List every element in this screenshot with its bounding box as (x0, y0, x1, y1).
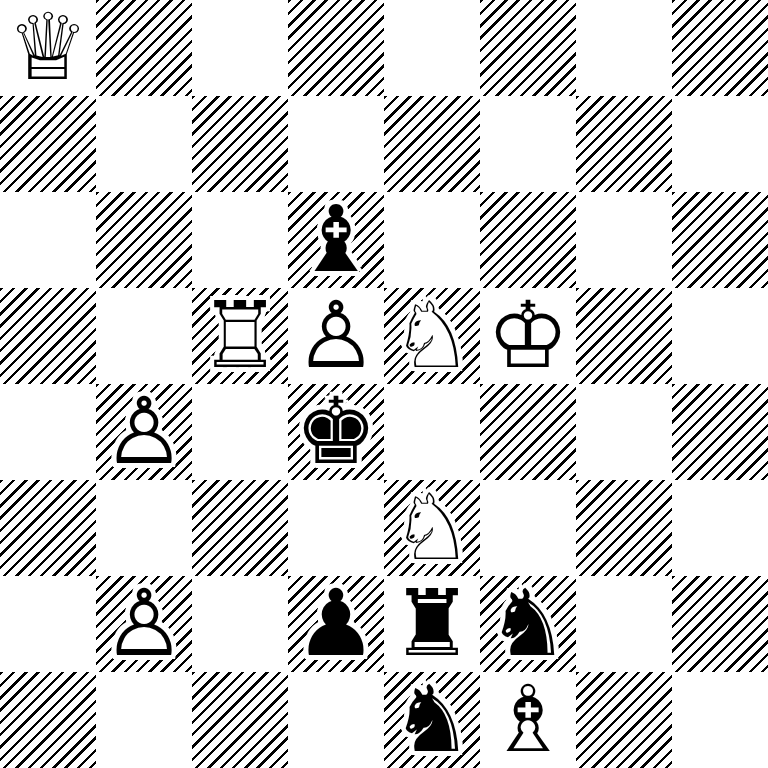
square-e4[interactable] (384, 384, 480, 480)
square-h8[interactable] (672, 0, 768, 96)
square-c4[interactable] (192, 384, 288, 480)
chess-board: ♛♕♝♝♜♖♟♙♞♘♚♔♟♙♚♚♞♘♟♙♟♟♜♜♞♞♞♞♝♗ (0, 0, 768, 768)
square-b7[interactable] (96, 96, 192, 192)
square-a7[interactable] (0, 96, 96, 192)
square-c2[interactable] (192, 576, 288, 672)
square-b1[interactable] (96, 672, 192, 768)
square-e3[interactable]: ♞♘ (384, 480, 480, 576)
piece-white-pawn[interactable]: ♙ (288, 288, 384, 384)
square-c7[interactable] (192, 96, 288, 192)
piece-black-bishop[interactable]: ♝ (288, 192, 384, 288)
piece-black-rook[interactable]: ♜ (384, 576, 480, 672)
square-d3[interactable] (288, 480, 384, 576)
square-g1[interactable] (576, 672, 672, 768)
square-a2[interactable] (0, 576, 96, 672)
square-a4[interactable] (0, 384, 96, 480)
square-c5[interactable]: ♜♖ (192, 288, 288, 384)
square-d1[interactable] (288, 672, 384, 768)
piece-white-bishop[interactable]: ♗ (480, 672, 576, 768)
square-e6[interactable] (384, 192, 480, 288)
piece-white-king[interactable]: ♔ (480, 288, 576, 384)
square-h5[interactable] (672, 288, 768, 384)
square-c3[interactable] (192, 480, 288, 576)
square-h4[interactable] (672, 384, 768, 480)
square-a3[interactable] (0, 480, 96, 576)
square-e2[interactable]: ♜♜ (384, 576, 480, 672)
square-a6[interactable] (0, 192, 96, 288)
square-c8[interactable] (192, 0, 288, 96)
piece-white-knight[interactable]: ♘ (384, 288, 480, 384)
square-a1[interactable] (0, 672, 96, 768)
square-d8[interactable] (288, 0, 384, 96)
square-h3[interactable] (672, 480, 768, 576)
square-f3[interactable] (480, 480, 576, 576)
square-g6[interactable] (576, 192, 672, 288)
square-e7[interactable] (384, 96, 480, 192)
square-g7[interactable] (576, 96, 672, 192)
piece-black-knight[interactable]: ♞ (384, 672, 480, 768)
square-c6[interactable] (192, 192, 288, 288)
square-g5[interactable] (576, 288, 672, 384)
piece-white-pawn[interactable]: ♙ (96, 576, 192, 672)
square-e1[interactable]: ♞♞ (384, 672, 480, 768)
piece-black-knight[interactable]: ♞ (480, 576, 576, 672)
piece-white-pawn[interactable]: ♙ (96, 384, 192, 480)
square-g3[interactable] (576, 480, 672, 576)
square-g8[interactable] (576, 0, 672, 96)
square-d5[interactable]: ♟♙ (288, 288, 384, 384)
square-g4[interactable] (576, 384, 672, 480)
piece-black-king[interactable]: ♚ (288, 384, 384, 480)
square-d6[interactable]: ♝♝ (288, 192, 384, 288)
piece-white-knight[interactable]: ♘ (384, 480, 480, 576)
square-e5[interactable]: ♞♘ (384, 288, 480, 384)
square-b2[interactable]: ♟♙ (96, 576, 192, 672)
square-h2[interactable] (672, 576, 768, 672)
square-b8[interactable] (96, 0, 192, 96)
square-a8[interactable]: ♛♕ (0, 0, 96, 96)
square-h7[interactable] (672, 96, 768, 192)
square-d2[interactable]: ♟♟ (288, 576, 384, 672)
square-f4[interactable] (480, 384, 576, 480)
square-e8[interactable] (384, 0, 480, 96)
piece-black-pawn[interactable]: ♟ (288, 576, 384, 672)
square-b5[interactable] (96, 288, 192, 384)
piece-white-rook[interactable]: ♖ (192, 288, 288, 384)
square-a5[interactable] (0, 288, 96, 384)
square-h1[interactable] (672, 672, 768, 768)
square-f5[interactable]: ♚♔ (480, 288, 576, 384)
square-f6[interactable] (480, 192, 576, 288)
piece-white-queen[interactable]: ♕ (0, 0, 96, 96)
square-h6[interactable] (672, 192, 768, 288)
square-d7[interactable] (288, 96, 384, 192)
square-f8[interactable] (480, 0, 576, 96)
square-b6[interactable] (96, 192, 192, 288)
square-c1[interactable] (192, 672, 288, 768)
square-g2[interactable] (576, 576, 672, 672)
square-d4[interactable]: ♚♚ (288, 384, 384, 480)
square-f2[interactable]: ♞♞ (480, 576, 576, 672)
square-b3[interactable] (96, 480, 192, 576)
square-f1[interactable]: ♝♗ (480, 672, 576, 768)
square-b4[interactable]: ♟♙ (96, 384, 192, 480)
square-f7[interactable] (480, 96, 576, 192)
